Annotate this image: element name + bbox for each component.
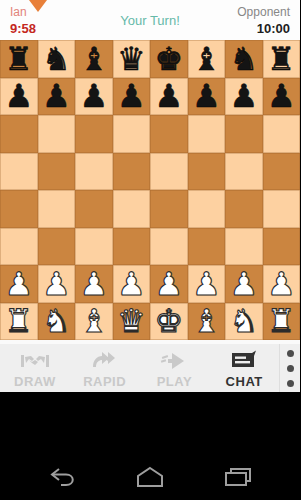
- square-g1[interactable]: ♞: [225, 303, 263, 341]
- square-g7[interactable]: ♟: [225, 78, 263, 116]
- draw-label: DRAW: [14, 374, 56, 389]
- square-d7[interactable]: ♟: [113, 78, 151, 116]
- square-e8[interactable]: ♚: [150, 40, 188, 78]
- square-h4[interactable]: [263, 190, 301, 228]
- recents-button[interactable]: [224, 466, 252, 492]
- piece-white-rook[interactable]: ♜: [4, 305, 33, 337]
- square-f1[interactable]: ♝: [188, 303, 226, 341]
- piece-black-knight[interactable]: ♞: [42, 43, 71, 75]
- square-b7[interactable]: ♟: [38, 78, 76, 116]
- piece-black-pawn[interactable]: ♟: [117, 80, 146, 112]
- piece-white-bishop[interactable]: ♝: [79, 305, 108, 337]
- square-b1[interactable]: ♞: [38, 303, 76, 341]
- square-e7[interactable]: ♟: [150, 78, 188, 116]
- game-toolbar: DRAW RAPID PLAY CHAT: [0, 340, 300, 392]
- square-c8[interactable]: ♝: [75, 40, 113, 78]
- square-c7[interactable]: ♟: [75, 78, 113, 116]
- play-button[interactable]: PLAY: [140, 344, 210, 392]
- square-e3[interactable]: [150, 228, 188, 266]
- square-c2[interactable]: ♟: [75, 265, 113, 303]
- chat-button[interactable]: CHAT: [209, 344, 279, 392]
- square-h1[interactable]: ♜: [263, 303, 301, 341]
- square-g2[interactable]: ♟: [225, 265, 263, 303]
- square-a8[interactable]: ♜: [0, 40, 38, 78]
- square-e5[interactable]: [150, 153, 188, 191]
- piece-white-queen[interactable]: ♛: [117, 305, 146, 337]
- square-c3[interactable]: [75, 228, 113, 266]
- opponent-clock: 10:00: [237, 21, 290, 36]
- square-c5[interactable]: [75, 153, 113, 191]
- square-g8[interactable]: ♞: [225, 40, 263, 78]
- piece-white-pawn[interactable]: ♟: [42, 268, 71, 300]
- square-d6[interactable]: [113, 115, 151, 153]
- rapid-button[interactable]: RAPID: [70, 344, 140, 392]
- draw-button[interactable]: DRAW: [0, 344, 70, 392]
- square-h8[interactable]: ♜: [263, 40, 301, 78]
- piece-black-queen[interactable]: ♛: [117, 43, 146, 75]
- square-f8[interactable]: ♝: [188, 40, 226, 78]
- chat-bubble-icon: [230, 349, 258, 373]
- piece-black-pawn[interactable]: ♟: [229, 80, 258, 112]
- square-e4[interactable]: [150, 190, 188, 228]
- square-h2[interactable]: ♟: [263, 265, 301, 303]
- menu-dot-icon: [287, 380, 294, 387]
- square-d1[interactable]: ♛: [113, 303, 151, 341]
- square-a5[interactable]: [0, 153, 38, 191]
- chat-label: CHAT: [226, 374, 263, 389]
- menu-dot-icon: [287, 365, 294, 372]
- square-f3[interactable]: [188, 228, 226, 266]
- piece-white-knight[interactable]: ♞: [42, 305, 71, 337]
- square-d5[interactable]: [113, 153, 151, 191]
- square-h7[interactable]: ♟: [263, 78, 301, 116]
- square-a6[interactable]: [0, 115, 38, 153]
- rapid-label: RAPID: [83, 374, 126, 389]
- square-g3[interactable]: [225, 228, 263, 266]
- square-a4[interactable]: [0, 190, 38, 228]
- square-f2[interactable]: ♟: [188, 265, 226, 303]
- square-e2[interactable]: ♟: [150, 265, 188, 303]
- piece-black-rook[interactable]: ♜: [267, 43, 296, 75]
- piece-black-pawn[interactable]: ♟: [267, 80, 296, 112]
- piece-white-pawn[interactable]: ♟: [229, 268, 258, 300]
- piece-white-pawn[interactable]: ♟: [192, 268, 221, 300]
- piece-black-king[interactable]: ♚: [154, 43, 183, 75]
- square-b2[interactable]: ♟: [38, 265, 76, 303]
- square-h6[interactable]: [263, 115, 301, 153]
- square-a2[interactable]: ♟: [0, 265, 38, 303]
- chess-board[interactable]: ♜♞♝♛♚♝♞♜♟♟♟♟♟♟♟♟♟♟♟♟♟♟♟♟♜♞♝♛♚♝♞♜: [0, 40, 300, 340]
- piece-black-bishop[interactable]: ♝: [79, 43, 108, 75]
- square-f7[interactable]: ♟: [188, 78, 226, 116]
- square-f5[interactable]: [188, 153, 226, 191]
- square-c1[interactable]: ♝: [75, 303, 113, 341]
- piece-black-rook[interactable]: ♜: [4, 43, 33, 75]
- piece-white-pawn[interactable]: ♟: [267, 268, 296, 300]
- square-d3[interactable]: [113, 228, 151, 266]
- square-a1[interactable]: ♜: [0, 303, 38, 341]
- square-d2[interactable]: ♟: [113, 265, 151, 303]
- piece-black-pawn[interactable]: ♟: [4, 80, 33, 112]
- back-button[interactable]: [49, 466, 77, 492]
- square-h5[interactable]: [263, 153, 301, 191]
- square-h3[interactable]: [263, 228, 301, 266]
- square-a3[interactable]: [0, 228, 38, 266]
- piece-black-bishop[interactable]: ♝: [192, 43, 221, 75]
- square-e1[interactable]: ♚: [150, 303, 188, 341]
- piece-white-king[interactable]: ♚: [154, 305, 183, 337]
- android-navbar: [0, 392, 300, 500]
- square-a7[interactable]: ♟: [0, 78, 38, 116]
- piece-white-pawn[interactable]: ♟: [117, 268, 146, 300]
- piece-black-pawn[interactable]: ♟: [42, 80, 71, 112]
- piece-white-pawn[interactable]: ♟: [79, 268, 108, 300]
- piece-white-bishop[interactable]: ♝: [192, 305, 221, 337]
- square-e6[interactable]: [150, 115, 188, 153]
- handshake-icon: [20, 349, 50, 373]
- piece-white-rook[interactable]: ♜: [267, 305, 296, 337]
- square-g5[interactable]: [225, 153, 263, 191]
- piece-white-knight[interactable]: ♞: [229, 305, 258, 337]
- fast-forward-icon: [91, 349, 119, 373]
- square-f4[interactable]: [188, 190, 226, 228]
- square-b8[interactable]: ♞: [38, 40, 76, 78]
- play-label: PLAY: [157, 374, 192, 389]
- square-d8[interactable]: ♛: [113, 40, 151, 78]
- square-b5[interactable]: [38, 153, 76, 191]
- square-b4[interactable]: [38, 190, 76, 228]
- play-arrow-icon: [160, 349, 188, 373]
- piece-white-pawn[interactable]: ♟: [4, 268, 33, 300]
- overflow-menu-button[interactable]: [279, 344, 300, 392]
- opponent-name: Opponent: [237, 5, 290, 19]
- square-b6[interactable]: [38, 115, 76, 153]
- square-f6[interactable]: [188, 115, 226, 153]
- square-b3[interactable]: [38, 228, 76, 266]
- square-c4[interactable]: [75, 190, 113, 228]
- status-bar: Ian 9:58 Your Turn! Opponent 10:00: [0, 0, 300, 40]
- home-button[interactable]: [136, 466, 164, 492]
- menu-dot-icon: [287, 350, 294, 357]
- opponent-info: Opponent 10:00: [237, 5, 290, 36]
- square-d4[interactable]: [113, 190, 151, 228]
- square-g6[interactable]: [225, 115, 263, 153]
- piece-black-pawn[interactable]: ♟: [154, 80, 183, 112]
- piece-black-knight[interactable]: ♞: [229, 43, 258, 75]
- square-c6[interactable]: [75, 115, 113, 153]
- square-g4[interactable]: [225, 190, 263, 228]
- piece-white-pawn[interactable]: ♟: [154, 268, 183, 300]
- piece-black-pawn[interactable]: ♟: [79, 80, 108, 112]
- piece-black-pawn[interactable]: ♟: [192, 80, 221, 112]
